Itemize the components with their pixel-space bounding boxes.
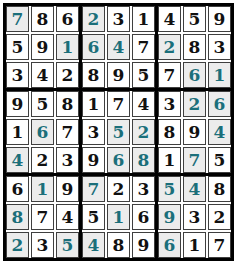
cell-r4c4[interactable]: 1 — [82, 91, 105, 117]
cell-r2c1[interactable]: 5 — [6, 34, 29, 60]
cell-r6c8: 7 — [183, 147, 206, 173]
box-1-3: 459283761 — [158, 6, 231, 88]
cell-r3c9: 1 — [208, 62, 231, 88]
cell-r5c3[interactable]: 7 — [56, 119, 79, 145]
cell-r2c8[interactable]: 8 — [183, 34, 206, 60]
box-2-3: 326894175 — [158, 91, 231, 173]
cell-r6c9[interactable]: 5 — [208, 147, 231, 173]
cell-r6c5: 6 — [107, 147, 130, 173]
cell-r6c2[interactable]: 2 — [31, 147, 54, 173]
cell-r4c2[interactable]: 5 — [31, 91, 54, 117]
cell-r4c7[interactable]: 3 — [158, 91, 181, 117]
cell-r4c1[interactable]: 9 — [6, 91, 29, 117]
cell-r7c6[interactable]: 3 — [132, 176, 155, 202]
cell-r8c3[interactable]: 4 — [56, 204, 79, 230]
cell-r3c6[interactable]: 5 — [132, 62, 155, 88]
cell-r7c8: 4 — [183, 176, 206, 202]
cell-r3c7[interactable]: 7 — [158, 62, 181, 88]
cell-r7c7: 5 — [158, 176, 181, 202]
cell-r2c4: 6 — [82, 34, 105, 60]
cell-r1c6[interactable]: 1 — [132, 6, 155, 32]
cell-r2c9[interactable]: 3 — [208, 34, 231, 60]
cell-r1c5[interactable]: 3 — [107, 6, 130, 32]
box-2-2: 174352968 — [82, 91, 155, 173]
cell-r3c1[interactable]: 3 — [6, 62, 29, 88]
cell-r8c7: 9 — [158, 204, 181, 230]
sudoku-board: 7865913422316478954592837619581674231743… — [3, 3, 234, 261]
cell-r9c2[interactable]: 3 — [31, 232, 54, 258]
cell-r6c6: 8 — [132, 147, 155, 173]
sudoku-grid: 7865913422316478954592837619581674231743… — [6, 6, 231, 258]
cell-r3c2[interactable]: 4 — [31, 62, 54, 88]
cell-r1c9[interactable]: 9 — [208, 6, 231, 32]
box-3-3: 548932617 — [158, 176, 231, 258]
box-1-1: 786591342 — [6, 6, 79, 88]
cell-r7c3[interactable]: 9 — [56, 176, 79, 202]
cell-r5c8[interactable]: 9 — [183, 119, 206, 145]
cell-r4c6[interactable]: 4 — [132, 91, 155, 117]
cell-r7c9[interactable]: 8 — [208, 176, 231, 202]
cell-r4c3[interactable]: 8 — [56, 91, 79, 117]
cell-r9c8[interactable]: 1 — [183, 232, 206, 258]
cell-r9c9[interactable]: 7 — [208, 232, 231, 258]
cell-r3c3[interactable]: 2 — [56, 62, 79, 88]
cell-r1c8[interactable]: 5 — [183, 6, 206, 32]
sudoku-page: 7865913422316478954592837619581674231743… — [0, 0, 240, 265]
cell-r9c4: 4 — [82, 232, 105, 258]
cell-r2c2[interactable]: 9 — [31, 34, 54, 60]
cell-r8c1: 8 — [6, 204, 29, 230]
cell-r6c1: 4 — [6, 147, 29, 173]
cell-r1c2[interactable]: 8 — [31, 6, 54, 32]
cell-r9c1: 2 — [6, 232, 29, 258]
cell-r7c4: 7 — [82, 176, 105, 202]
cell-r2c5: 4 — [107, 34, 130, 60]
cell-r8c4[interactable]: 5 — [82, 204, 105, 230]
cell-r7c1[interactable]: 6 — [6, 176, 29, 202]
cell-r5c9: 4 — [208, 119, 231, 145]
box-2-1: 958167423 — [6, 91, 79, 173]
cell-r5c1[interactable]: 1 — [6, 119, 29, 145]
cell-r3c5[interactable]: 9 — [107, 62, 130, 88]
cell-r8c2[interactable]: 7 — [31, 204, 54, 230]
cell-r4c8: 2 — [183, 91, 206, 117]
cell-r9c5[interactable]: 8 — [107, 232, 130, 258]
cell-r9c6[interactable]: 9 — [132, 232, 155, 258]
cell-r8c5: 1 — [107, 204, 130, 230]
cell-r2c3: 1 — [56, 34, 79, 60]
cell-r9c7: 6 — [158, 232, 181, 258]
cell-r3c4[interactable]: 8 — [82, 62, 105, 88]
cell-r6c7[interactable]: 1 — [158, 147, 181, 173]
cell-r1c7[interactable]: 4 — [158, 6, 181, 32]
cell-r1c3[interactable]: 6 — [56, 6, 79, 32]
cell-r6c4[interactable]: 9 — [82, 147, 105, 173]
cell-r1c4: 2 — [82, 6, 105, 32]
box-1-2: 231647895 — [82, 6, 155, 88]
box-3-1: 619874235 — [6, 176, 79, 258]
box-3-2: 723516489 — [82, 176, 155, 258]
cell-r1c1: 7 — [6, 6, 29, 32]
cell-r7c5[interactable]: 2 — [107, 176, 130, 202]
cell-r2c7: 2 — [158, 34, 181, 60]
cell-r9c3: 5 — [56, 232, 79, 258]
cell-r8c9[interactable]: 2 — [208, 204, 231, 230]
cell-r5c2: 6 — [31, 119, 54, 145]
cell-r2c6[interactable]: 7 — [132, 34, 155, 60]
cell-r4c5[interactable]: 7 — [107, 91, 130, 117]
cell-r8c6[interactable]: 6 — [132, 204, 155, 230]
cell-r7c2: 1 — [31, 176, 54, 202]
cell-r8c8[interactable]: 3 — [183, 204, 206, 230]
cell-r4c9: 6 — [208, 91, 231, 117]
cell-r6c3[interactable]: 3 — [56, 147, 79, 173]
cell-r5c7[interactable]: 8 — [158, 119, 181, 145]
cell-r3c8: 6 — [183, 62, 206, 88]
cell-r5c6: 2 — [132, 119, 155, 145]
cell-r5c5: 5 — [107, 119, 130, 145]
cell-r5c4[interactable]: 3 — [82, 119, 105, 145]
